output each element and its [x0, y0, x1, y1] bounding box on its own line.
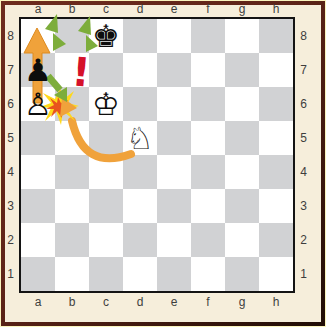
chess-board — [19, 17, 295, 293]
square-g3[interactable] — [225, 189, 259, 223]
square-b1[interactable] — [55, 257, 89, 291]
square-a3[interactable] — [21, 189, 55, 223]
file-label-bottom-d: d — [123, 296, 157, 309]
rank-label-left-1: 1 — [4, 257, 17, 291]
file-label-top-a: a — [21, 3, 55, 16]
square-f7[interactable] — [191, 53, 225, 87]
square-h6[interactable] — [259, 87, 293, 121]
square-b4[interactable] — [55, 155, 89, 189]
square-g4[interactable] — [225, 155, 259, 189]
square-e6[interactable] — [157, 87, 191, 121]
square-a5[interactable] — [21, 121, 55, 155]
square-b3[interactable] — [55, 189, 89, 223]
rank-label-right-3: 3 — [297, 189, 310, 223]
file-label-bottom-a: a — [21, 296, 55, 309]
file-label-top-b: b — [55, 3, 89, 16]
file-label-bottom-b: b — [55, 296, 89, 309]
square-h2[interactable] — [259, 223, 293, 257]
square-h4[interactable] — [259, 155, 293, 189]
square-c4[interactable] — [89, 155, 123, 189]
chess-diagram: aabbccddeeffgghh8877665544332211 ! ♚♟♙♔♘ — [0, 0, 326, 327]
square-c2[interactable] — [89, 223, 123, 257]
square-g6[interactable] — [225, 87, 259, 121]
rank-label-right-1: 1 — [297, 257, 310, 291]
square-h8[interactable] — [259, 19, 293, 53]
square-c6[interactable] — [89, 87, 123, 121]
rank-label-left-8: 8 — [4, 19, 17, 53]
file-label-bottom-c: c — [89, 296, 123, 309]
square-f5[interactable] — [191, 121, 225, 155]
square-d1[interactable] — [123, 257, 157, 291]
square-d6[interactable] — [123, 87, 157, 121]
square-c8[interactable] — [89, 19, 123, 53]
square-a2[interactable] — [21, 223, 55, 257]
square-g7[interactable] — [225, 53, 259, 87]
square-g1[interactable] — [225, 257, 259, 291]
square-b8[interactable] — [55, 19, 89, 53]
square-g2[interactable] — [225, 223, 259, 257]
file-label-bottom-f: f — [191, 296, 225, 309]
square-e3[interactable] — [157, 189, 191, 223]
square-a7[interactable] — [21, 53, 55, 87]
square-d5[interactable] — [123, 121, 157, 155]
file-label-bottom-e: e — [157, 296, 191, 309]
file-label-top-c: c — [89, 3, 123, 16]
rank-label-right-6: 6 — [297, 87, 310, 121]
rank-label-left-3: 3 — [4, 189, 17, 223]
square-a6[interactable] — [21, 87, 55, 121]
rank-label-left-6: 6 — [4, 87, 17, 121]
file-label-top-f: f — [191, 3, 225, 16]
rank-label-right-5: 5 — [297, 121, 310, 155]
square-f4[interactable] — [191, 155, 225, 189]
square-d8[interactable] — [123, 19, 157, 53]
square-h5[interactable] — [259, 121, 293, 155]
square-b2[interactable] — [55, 223, 89, 257]
square-d2[interactable] — [123, 223, 157, 257]
square-a4[interactable] — [21, 155, 55, 189]
square-c3[interactable] — [89, 189, 123, 223]
square-g8[interactable] — [225, 19, 259, 53]
square-e2[interactable] — [157, 223, 191, 257]
square-a1[interactable] — [21, 257, 55, 291]
square-c1[interactable] — [89, 257, 123, 291]
square-f8[interactable] — [191, 19, 225, 53]
file-label-top-h: h — [259, 3, 293, 16]
square-e4[interactable] — [157, 155, 191, 189]
rank-label-left-4: 4 — [4, 155, 17, 189]
square-d4[interactable] — [123, 155, 157, 189]
rank-label-right-7: 7 — [297, 53, 310, 87]
square-e1[interactable] — [157, 257, 191, 291]
file-label-top-e: e — [157, 3, 191, 16]
rank-label-left-7: 7 — [4, 53, 17, 87]
square-e8[interactable] — [157, 19, 191, 53]
square-g5[interactable] — [225, 121, 259, 155]
square-f3[interactable] — [191, 189, 225, 223]
file-label-top-d: d — [123, 3, 157, 16]
square-h7[interactable] — [259, 53, 293, 87]
file-label-top-g: g — [225, 3, 259, 16]
rank-label-right-8: 8 — [297, 19, 310, 53]
square-c5[interactable] — [89, 121, 123, 155]
square-b5[interactable] — [55, 121, 89, 155]
square-f1[interactable] — [191, 257, 225, 291]
square-e7[interactable] — [157, 53, 191, 87]
rank-label-right-2: 2 — [297, 223, 310, 257]
square-d3[interactable] — [123, 189, 157, 223]
square-d7[interactable] — [123, 53, 157, 87]
rank-label-left-2: 2 — [4, 223, 17, 257]
square-a8[interactable] — [21, 19, 55, 53]
square-f6[interactable] — [191, 87, 225, 121]
exclamation-annotation: ! — [68, 49, 94, 95]
square-h3[interactable] — [259, 189, 293, 223]
rank-label-left-5: 5 — [4, 121, 17, 155]
file-label-bottom-g: g — [225, 296, 259, 309]
square-c7[interactable] — [89, 53, 123, 87]
rank-label-right-4: 4 — [297, 155, 310, 189]
file-label-bottom-h: h — [259, 296, 293, 309]
square-e5[interactable] — [157, 121, 191, 155]
square-f2[interactable] — [191, 223, 225, 257]
square-h1[interactable] — [259, 257, 293, 291]
